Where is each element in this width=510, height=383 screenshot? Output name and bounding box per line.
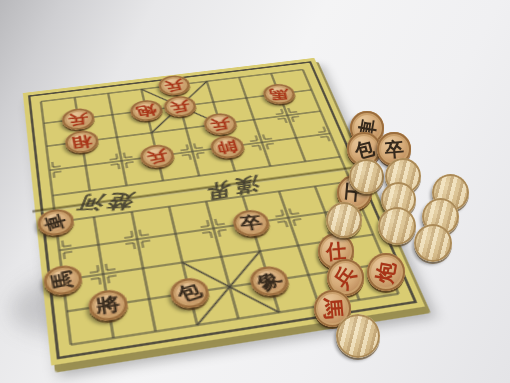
board-cell: 象 [245, 263, 294, 300]
board-cell: 帥 [206, 133, 248, 161]
piece-black-general[interactable]: 將 [87, 288, 130, 323]
board-cell: 卒 [228, 207, 274, 240]
piece-character: 兵 [209, 117, 232, 132]
piece-character: 馬 [49, 269, 76, 291]
piece-character: 相 [70, 134, 93, 150]
piece-character: 包 [352, 137, 375, 160]
piece-character: 兵 [163, 78, 185, 92]
piece-character: 包 [174, 281, 205, 305]
board-cell: 包 [166, 275, 214, 312]
board-cell: 兵 [137, 142, 178, 171]
piece-black-chariot[interactable]: 車 [37, 207, 76, 237]
piece-red-cannon[interactable]: 炮 [128, 99, 164, 123]
board-cell: 車 [35, 206, 77, 239]
piece-character: 炮 [135, 103, 159, 119]
piece-black-elephant[interactable]: 象 [247, 264, 292, 298]
piece-red-soldier[interactable]: 兵 [162, 95, 199, 119]
piece-facedown[interactable] [414, 224, 452, 262]
piece-character: 帥 [215, 139, 239, 155]
piece-character: 馬 [321, 297, 344, 320]
board-cell: 將 [85, 286, 131, 324]
piece-character: 兵 [169, 99, 192, 114]
board-cell: 炮 [127, 98, 166, 124]
piece-facedown[interactable] [326, 202, 362, 238]
piece-black-cannon[interactable]: 包 [168, 276, 212, 311]
piece-character: 將 [95, 295, 121, 316]
piece-red-cannon[interactable]: 炮 [367, 253, 405, 291]
piece-red-soldier[interactable]: 兵 [201, 112, 239, 137]
piece-character: 卒 [384, 139, 405, 160]
piece-character: 車 [42, 212, 69, 233]
piece-facedown[interactable] [336, 314, 380, 358]
piece-character: 兵 [145, 148, 170, 165]
board-cell: 兵 [160, 94, 199, 120]
scene: 楚河 漢界 兵兵炮兵馬相兵兵帥車卒馬將包象 車包卒士仕兵炮馬 [0, 0, 510, 383]
piece-black-soldier[interactable]: 卒 [230, 208, 273, 238]
piece-character: 卒 [239, 214, 264, 232]
board-cell: 馬 [259, 82, 300, 107]
piece-red-elephant[interactable]: 相 [64, 129, 100, 155]
piece-red-general[interactable]: 帥 [208, 134, 247, 160]
piece-black-horse[interactable]: 馬 [43, 263, 84, 297]
piece-character: 兵 [68, 112, 89, 127]
board-cell: 相 [63, 128, 102, 156]
piece-character: 馬 [268, 87, 290, 100]
piece-facedown[interactable] [349, 159, 384, 194]
piece-facedown[interactable] [378, 207, 416, 245]
piece-character: 象 [253, 269, 286, 294]
piece-red-horse[interactable]: 馬 [260, 82, 298, 105]
piece-character: 炮 [374, 260, 398, 284]
board-cell: 馬 [41, 262, 85, 298]
piece-character: 兵 [330, 262, 359, 291]
piece-red-soldier[interactable]: 兵 [138, 143, 176, 170]
